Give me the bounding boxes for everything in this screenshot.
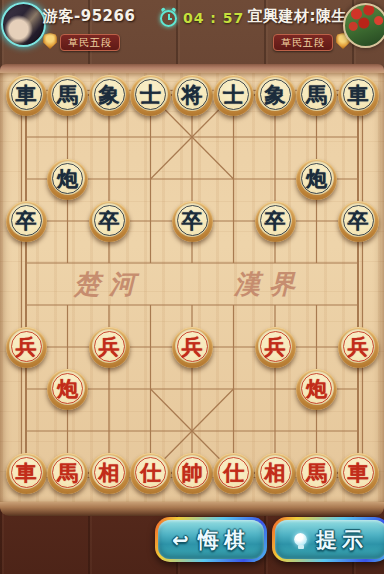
piece-face: 馬 xyxy=(51,77,85,111)
piece-character: 兵 xyxy=(182,336,203,357)
piece-face: 相 xyxy=(258,455,292,489)
piece-face: 卒 xyxy=(258,203,292,237)
piece-character: 馬 xyxy=(57,462,78,483)
right-player-avatar[interactable] xyxy=(343,3,384,48)
piece-character: 仕 xyxy=(223,462,244,483)
piece-red-兵[interactable]: 兵 xyxy=(172,327,213,368)
piece-character: 馬 xyxy=(306,84,327,105)
alarm-clock-icon xyxy=(160,10,177,27)
piece-character: 炮 xyxy=(306,378,327,399)
piece-red-兵[interactable]: 兵 xyxy=(255,327,296,368)
board-grid xyxy=(0,73,384,502)
undo-button-label: 悔棋 xyxy=(198,526,250,554)
piece-face: 車 xyxy=(9,455,43,489)
piece-character: 卒 xyxy=(265,210,286,231)
piece-red-車[interactable]: 車 xyxy=(338,453,379,494)
piece-character: 相 xyxy=(265,462,286,483)
piece-black-卒[interactable]: 卒 xyxy=(172,201,213,242)
piece-black-象[interactable]: 象 xyxy=(89,75,130,116)
piece-black-馬[interactable]: 馬 xyxy=(296,75,337,116)
piece-character: 馬 xyxy=(306,462,327,483)
right-player-rank-badge: 草民五段 xyxy=(273,34,333,51)
piece-character: 兵 xyxy=(16,336,37,357)
undo-arrow-icon: ↩ xyxy=(172,528,189,552)
left-player-rank-badge: 草民五段 xyxy=(60,34,120,51)
piece-black-炮[interactable]: 炮 xyxy=(296,159,337,200)
piece-red-相[interactable]: 相 xyxy=(89,453,130,494)
piece-character: 相 xyxy=(99,462,120,483)
piece-character: 炮 xyxy=(57,378,78,399)
piece-black-象[interactable]: 象 xyxy=(255,75,296,116)
piece-face: 車 xyxy=(341,455,375,489)
piece-black-卒[interactable]: 卒 xyxy=(89,201,130,242)
piece-character: 卒 xyxy=(16,210,37,231)
board-surface[interactable]: 楚河 漢界 車馬象士将士象馬車炮炮卒卒卒卒卒兵兵兵兵兵炮炮車馬相仕帥仕相馬車 xyxy=(0,73,384,502)
piece-face: 車 xyxy=(9,77,43,111)
piece-face: 車 xyxy=(341,77,375,111)
river-label-han: 漢界 xyxy=(234,267,304,302)
piece-black-炮[interactable]: 炮 xyxy=(47,159,88,200)
piece-black-馬[interactable]: 馬 xyxy=(47,75,88,116)
piece-face: 卒 xyxy=(92,203,126,237)
piece-red-馬[interactable]: 馬 xyxy=(296,453,337,494)
piece-red-馬[interactable]: 馬 xyxy=(47,453,88,494)
piece-black-車[interactable]: 車 xyxy=(338,75,379,116)
piece-red-帥[interactable]: 帥 xyxy=(172,453,213,494)
piece-face: 兵 xyxy=(341,329,375,363)
piece-red-兵[interactable]: 兵 xyxy=(338,327,379,368)
piece-face: 馬 xyxy=(51,455,85,489)
piece-red-兵[interactable]: 兵 xyxy=(89,327,130,368)
piece-character: 車 xyxy=(16,462,37,483)
board-bottom-edge xyxy=(0,502,384,516)
piece-face: 士 xyxy=(134,77,168,111)
piece-face: 象 xyxy=(92,77,126,111)
piece-character: 車 xyxy=(348,84,369,105)
piece-character: 卒 xyxy=(182,210,203,231)
xiangqi-board[interactable]: 楚河 漢界 車馬象士将士象馬車炮炮卒卒卒卒卒兵兵兵兵兵炮炮車馬相仕帥仕相馬車 xyxy=(0,64,384,516)
piece-red-仕[interactable]: 仕 xyxy=(130,453,171,494)
right-player-name: 宜興建材:陳生 xyxy=(248,7,348,26)
piece-character: 士 xyxy=(223,84,244,105)
rank-shield-icon xyxy=(43,33,57,49)
left-player-avatar[interactable] xyxy=(1,2,46,47)
piece-face: 炮 xyxy=(300,161,334,195)
piece-red-相[interactable]: 相 xyxy=(255,453,296,494)
piece-face: 士 xyxy=(217,77,251,111)
piece-face: 卒 xyxy=(9,203,43,237)
piece-face: 兵 xyxy=(9,329,43,363)
piece-character: 炮 xyxy=(57,168,78,189)
piece-face: 馬 xyxy=(300,77,334,111)
undo-button-face: ↩ 悔棋 xyxy=(158,520,264,559)
piece-character: 炮 xyxy=(306,168,327,189)
piece-face: 仕 xyxy=(217,455,251,489)
piece-character: 兵 xyxy=(99,336,120,357)
board-top-edge xyxy=(0,64,384,73)
piece-black-卒[interactable]: 卒 xyxy=(6,201,47,242)
piece-character: 将 xyxy=(182,84,203,105)
piece-character: 仕 xyxy=(140,462,161,483)
piece-red-炮[interactable]: 炮 xyxy=(47,369,88,410)
piece-black-卒[interactable]: 卒 xyxy=(255,201,296,242)
xiangqi-game-screen: 游客-95266 草民五段 04 : 57 宜興建材:陳生 草民五段 xyxy=(0,0,384,574)
hint-button-label: 提示 xyxy=(316,526,368,554)
piece-character: 車 xyxy=(348,462,369,483)
piece-face: 炮 xyxy=(51,161,85,195)
piece-character: 卒 xyxy=(99,210,120,231)
piece-red-車[interactable]: 車 xyxy=(6,453,47,494)
piece-character: 帥 xyxy=(182,462,203,483)
piece-red-仕[interactable]: 仕 xyxy=(213,453,254,494)
piece-black-士[interactable]: 士 xyxy=(213,75,254,116)
piece-face: 馬 xyxy=(300,455,334,489)
piece-character: 馬 xyxy=(57,84,78,105)
piece-face: 相 xyxy=(92,455,126,489)
clock-hand xyxy=(168,18,172,20)
undo-move-button[interactable]: ↩ 悔棋 xyxy=(155,517,267,562)
piece-black-卒[interactable]: 卒 xyxy=(338,201,379,242)
piece-face: 将 xyxy=(175,77,209,111)
piece-face: 卒 xyxy=(175,203,209,237)
piece-face: 兵 xyxy=(258,329,292,363)
piece-character: 象 xyxy=(265,84,286,105)
piece-face: 卒 xyxy=(341,203,375,237)
piece-face: 炮 xyxy=(51,371,85,405)
piece-face: 兵 xyxy=(175,329,209,363)
left-player-name: 游客-95266 xyxy=(43,7,135,26)
piece-character: 卒 xyxy=(348,210,369,231)
piece-black-士[interactable]: 士 xyxy=(130,75,171,116)
piece-red-炮[interactable]: 炮 xyxy=(296,369,337,410)
piece-face: 象 xyxy=(258,77,292,111)
hint-button-face: 提示 xyxy=(275,520,384,559)
move-timer: 04 : 57 xyxy=(183,10,244,26)
piece-face: 炮 xyxy=(300,371,334,405)
clock-bell-right xyxy=(172,7,177,12)
hint-button[interactable]: 提示 xyxy=(272,517,384,562)
piece-character: 象 xyxy=(99,84,120,105)
piece-character: 士 xyxy=(140,84,161,105)
piece-face: 帥 xyxy=(175,455,209,489)
clock-bell-left xyxy=(161,7,166,12)
river-label-chu: 楚河 xyxy=(74,267,144,302)
piece-face: 兵 xyxy=(92,329,126,363)
piece-face: 仕 xyxy=(134,455,168,489)
piece-character: 車 xyxy=(16,84,37,105)
piece-black-将[interactable]: 将 xyxy=(172,75,213,116)
lightbulb-icon xyxy=(294,533,307,546)
piece-black-車[interactable]: 車 xyxy=(6,75,47,116)
piece-character: 兵 xyxy=(348,336,369,357)
piece-red-兵[interactable]: 兵 xyxy=(6,327,47,368)
piece-character: 兵 xyxy=(265,336,286,357)
